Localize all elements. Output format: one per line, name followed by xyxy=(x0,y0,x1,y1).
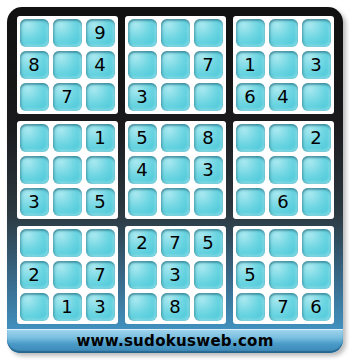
cell-r3c2[interactable]: 7 xyxy=(53,83,82,111)
cell-r1c7[interactable] xyxy=(236,19,265,47)
box-r2c3: 26 xyxy=(233,121,334,219)
sudoku-board: 9847731364135584326271327538576 www.sudo… xyxy=(7,7,343,353)
cell-r9c6[interactable] xyxy=(194,293,223,321)
cell-r6c1[interactable]: 3 xyxy=(20,188,49,216)
cell-r5c4[interactable]: 4 xyxy=(128,156,157,184)
cell-r5c7[interactable] xyxy=(236,156,265,184)
cell-r7c3[interactable] xyxy=(86,229,115,257)
cell-r9c2[interactable]: 1 xyxy=(53,293,82,321)
cell-r6c3[interactable]: 5 xyxy=(86,188,115,216)
cell-r1c1[interactable] xyxy=(20,19,49,47)
cell-r4c4[interactable]: 5 xyxy=(128,124,157,152)
cell-r3c3[interactable] xyxy=(86,83,115,111)
cell-r8c4[interactable] xyxy=(128,261,157,289)
cell-r8c3[interactable]: 7 xyxy=(86,261,115,289)
cell-r4c6[interactable]: 8 xyxy=(194,124,223,152)
box-r3c2: 27538 xyxy=(125,226,226,324)
cell-r5c5[interactable] xyxy=(161,156,190,184)
cell-r5c9[interactable] xyxy=(302,156,331,184)
cell-r5c2[interactable] xyxy=(53,156,82,184)
cell-r7c1[interactable] xyxy=(20,229,49,257)
cell-r2c3[interactable]: 4 xyxy=(86,51,115,79)
cell-r8c8[interactable] xyxy=(269,261,298,289)
cell-r8c9[interactable] xyxy=(302,261,331,289)
cell-r4c1[interactable] xyxy=(20,124,49,152)
cell-r2c2[interactable] xyxy=(53,51,82,79)
cell-r1c3[interactable]: 9 xyxy=(86,19,115,47)
cell-r5c1[interactable] xyxy=(20,156,49,184)
box-r1c2: 73 xyxy=(125,16,226,114)
cell-r5c6[interactable]: 3 xyxy=(194,156,223,184)
cell-r9c7[interactable] xyxy=(236,293,265,321)
cell-r7c5[interactable]: 7 xyxy=(161,229,190,257)
cell-r7c6[interactable]: 5 xyxy=(194,229,223,257)
cell-r6c2[interactable] xyxy=(53,188,82,216)
cell-r4c3[interactable]: 1 xyxy=(86,124,115,152)
cell-r7c4[interactable]: 2 xyxy=(128,229,157,257)
cell-r8c2[interactable] xyxy=(53,261,82,289)
cell-r6c6[interactable] xyxy=(194,188,223,216)
cell-r7c7[interactable] xyxy=(236,229,265,257)
cell-r1c8[interactable] xyxy=(269,19,298,47)
cell-r9c8[interactable]: 7 xyxy=(269,293,298,321)
cell-r8c6[interactable] xyxy=(194,261,223,289)
cell-r1c5[interactable] xyxy=(161,19,190,47)
cell-r9c9[interactable]: 6 xyxy=(302,293,331,321)
cell-r6c8[interactable]: 6 xyxy=(269,188,298,216)
cell-r1c4[interactable] xyxy=(128,19,157,47)
cell-r7c8[interactable] xyxy=(269,229,298,257)
cell-r9c1[interactable] xyxy=(20,293,49,321)
cell-r2c5[interactable] xyxy=(161,51,190,79)
cell-r3c9[interactable] xyxy=(302,83,331,111)
cell-r6c9[interactable] xyxy=(302,188,331,216)
sudoku-grid: 9847731364135584326271327538576 xyxy=(7,7,343,329)
cell-r9c3[interactable]: 3 xyxy=(86,293,115,321)
box-r2c1: 135 xyxy=(17,121,118,219)
box-r1c3: 1364 xyxy=(233,16,334,114)
cell-r3c5[interactable] xyxy=(161,83,190,111)
cell-r1c9[interactable] xyxy=(302,19,331,47)
cell-r7c2[interactable] xyxy=(53,229,82,257)
cell-r3c6[interactable] xyxy=(194,83,223,111)
cell-r2c4[interactable] xyxy=(128,51,157,79)
cell-r8c1[interactable]: 2 xyxy=(20,261,49,289)
cell-r2c1[interactable]: 8 xyxy=(20,51,49,79)
cell-r9c5[interactable]: 8 xyxy=(161,293,190,321)
cell-r1c6[interactable] xyxy=(194,19,223,47)
cell-r6c4[interactable] xyxy=(128,188,157,216)
cell-r8c5[interactable]: 3 xyxy=(161,261,190,289)
cell-r9c4[interactable] xyxy=(128,293,157,321)
cell-r4c2[interactable] xyxy=(53,124,82,152)
site-url-label: www.sudokusweb.com xyxy=(76,332,273,350)
cell-r5c8[interactable] xyxy=(269,156,298,184)
cell-r2c7[interactable]: 1 xyxy=(236,51,265,79)
box-r2c2: 5843 xyxy=(125,121,226,219)
cell-r3c8[interactable]: 4 xyxy=(269,83,298,111)
box-r3c3: 576 xyxy=(233,226,334,324)
cell-r7c9[interactable] xyxy=(302,229,331,257)
cell-r1c2[interactable] xyxy=(53,19,82,47)
cell-r3c7[interactable]: 6 xyxy=(236,83,265,111)
footer-bar: www.sudokusweb.com xyxy=(7,329,343,353)
cell-r4c8[interactable] xyxy=(269,124,298,152)
cell-r8c7[interactable]: 5 xyxy=(236,261,265,289)
cell-r4c7[interactable] xyxy=(236,124,265,152)
box-r3c1: 2713 xyxy=(17,226,118,324)
box-r1c1: 9847 xyxy=(17,16,118,114)
cell-r6c7[interactable] xyxy=(236,188,265,216)
cell-r5c3[interactable] xyxy=(86,156,115,184)
cell-r3c4[interactable]: 3 xyxy=(128,83,157,111)
cell-r2c9[interactable]: 3 xyxy=(302,51,331,79)
cell-r6c5[interactable] xyxy=(161,188,190,216)
cell-r3c1[interactable] xyxy=(20,83,49,111)
cell-r2c8[interactable] xyxy=(269,51,298,79)
cell-r2c6[interactable]: 7 xyxy=(194,51,223,79)
cell-r4c9[interactable]: 2 xyxy=(302,124,331,152)
cell-r4c5[interactable] xyxy=(161,124,190,152)
